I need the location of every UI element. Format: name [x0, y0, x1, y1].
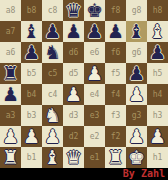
square-e4[interactable]: e4 [84, 84, 105, 105]
square-label: e6 [90, 42, 100, 63]
square-b4[interactable]: b4 [21, 84, 42, 105]
square-label: a3 [6, 105, 16, 126]
square-label: d2 [69, 126, 79, 147]
square-label: c4 [48, 84, 58, 105]
square-label: b4 [27, 84, 37, 105]
square-e8[interactable]: ♚ [84, 0, 105, 21]
square-d7[interactable]: ♟ [63, 21, 84, 42]
square-e1[interactable]: e1 [84, 147, 105, 168]
square-c1[interactable]: ♝ [42, 147, 63, 168]
square-c4[interactable]: c4 [42, 84, 63, 105]
piece-black-pawn: ♟ [42, 21, 63, 42]
square-c3[interactable]: ♞ [42, 105, 63, 126]
square-label: c5 [48, 63, 58, 84]
piece-black-bishop: ♝ [21, 21, 42, 42]
piece-black-pawn: ♟ [147, 42, 168, 63]
square-label: e4 [90, 84, 100, 105]
square-a4[interactable]: ♟ [0, 84, 21, 105]
square-label: b8 [27, 0, 37, 21]
square-f3[interactable]: f3 [105, 105, 126, 126]
square-label: f4 [111, 84, 121, 105]
square-g2[interactable]: ♟ [126, 126, 147, 147]
square-g6[interactable]: g6 [126, 42, 147, 63]
square-h4[interactable]: h4 [147, 84, 168, 105]
square-a5[interactable]: ♜ [0, 63, 21, 84]
piece-black-knight: ♞ [42, 42, 63, 63]
square-h8[interactable]: h8 [147, 0, 168, 21]
square-label: d6 [69, 42, 79, 63]
square-label: f6 [111, 42, 121, 63]
square-label: g3 [132, 105, 142, 126]
square-label: g8 [132, 0, 142, 21]
square-label: e1 [90, 147, 100, 168]
square-h6[interactable]: ♟ [147, 42, 168, 63]
square-f5[interactable]: f5 [105, 63, 126, 84]
piece-white-bishop: ♝ [42, 147, 63, 168]
piece-black-rook: ♜ [0, 63, 21, 84]
square-label: h8 [153, 0, 163, 21]
square-label: f5 [111, 63, 121, 84]
square-g7[interactable]: ♝ [126, 21, 147, 42]
piece-white-king: ♚ [126, 147, 147, 168]
piece-black-pawn: ♟ [105, 21, 126, 42]
piece-black-pawn: ♟ [84, 21, 105, 42]
square-a8[interactable]: a8 [0, 0, 21, 21]
square-label: e2 [90, 126, 100, 147]
piece-white-pawn: ♟ [21, 126, 42, 147]
piece-black-bishop: ♝ [126, 21, 147, 42]
square-a2[interactable]: ♟ [0, 126, 21, 147]
piece-white-pawn: ♟ [126, 84, 147, 105]
chess-app: a8b8c8♛♚f8g8h8a7♝♟♟♟♟♝♝a6♟♞d6e6f6g6♟♜b5c… [0, 0, 168, 180]
square-label: a8 [6, 0, 16, 21]
square-label: c8 [48, 0, 58, 21]
piece-white-pawn: ♟ [42, 126, 63, 147]
piece-black-pawn: ♟ [126, 63, 147, 84]
square-label: g6 [132, 42, 142, 63]
credit-text: By Zahl [123, 168, 165, 180]
credit-bar: By Zahl [0, 168, 168, 180]
square-c2[interactable]: ♟ [42, 126, 63, 147]
square-a6[interactable]: a6 [0, 42, 21, 63]
piece-white-pawn: ♟ [147, 126, 168, 147]
piece-white-knight: ♞ [42, 105, 63, 126]
square-label: h3 [153, 105, 163, 126]
square-b7[interactable]: ♝ [21, 21, 42, 42]
square-b6[interactable]: ♟ [21, 42, 42, 63]
square-c5[interactable]: c5 [42, 63, 63, 84]
square-label: a6 [6, 42, 16, 63]
piece-white-pawn: ♟ [0, 126, 21, 147]
square-label: f8 [111, 0, 121, 21]
square-d1[interactable]: ♛ [63, 147, 84, 168]
square-d8[interactable]: ♛ [63, 0, 84, 21]
square-h5[interactable]: h5 [147, 63, 168, 84]
square-f2[interactable]: f2 [105, 126, 126, 147]
square-g3[interactable]: g3 [126, 105, 147, 126]
square-label: b1 [27, 147, 37, 168]
chessboard: a8b8c8♛♚f8g8h8a7♝♟♟♟♟♝♝a6♟♞d6e6f6g6♟♜b5c… [0, 0, 168, 168]
square-b3[interactable]: b3 [21, 105, 42, 126]
piece-white-pawn: ♟ [84, 63, 105, 84]
square-b8[interactable]: b8 [21, 0, 42, 21]
square-label: f3 [111, 105, 121, 126]
square-h3[interactable]: h3 [147, 105, 168, 126]
piece-black-queen: ♛ [63, 0, 84, 21]
square-h7[interactable]: ♝ [147, 21, 168, 42]
square-e7[interactable]: ♟ [84, 21, 105, 42]
square-label: h4 [153, 84, 163, 105]
square-d6[interactable]: d6 [63, 42, 84, 63]
square-c6[interactable]: ♞ [42, 42, 63, 63]
square-f8[interactable]: f8 [105, 0, 126, 21]
square-f7[interactable]: ♟ [105, 21, 126, 42]
square-label: b5 [27, 63, 37, 84]
piece-white-pawn: ♟ [63, 84, 84, 105]
square-label: e3 [90, 105, 100, 126]
piece-black-pawn: ♟ [63, 21, 84, 42]
square-c8[interactable]: c8 [42, 0, 63, 21]
piece-white-rook: ♜ [0, 147, 21, 168]
square-e5[interactable]: ♟ [84, 63, 105, 84]
square-f4[interactable]: f4 [105, 84, 126, 105]
square-label: h1 [153, 147, 163, 168]
square-g1[interactable]: ♚ [126, 147, 147, 168]
square-g5[interactable]: ♟ [126, 63, 147, 84]
square-d2[interactable]: d2 [63, 126, 84, 147]
square-e6[interactable]: e6 [84, 42, 105, 63]
square-label: f2 [111, 126, 121, 147]
square-c7[interactable]: ♟ [42, 21, 63, 42]
square-label: a7 [6, 21, 16, 42]
square-b5[interactable]: b5 [21, 63, 42, 84]
piece-black-pawn: ♟ [21, 42, 42, 63]
square-e2[interactable]: e2 [84, 126, 105, 147]
square-g4[interactable]: ♟ [126, 84, 147, 105]
square-h1[interactable]: h1 [147, 147, 168, 168]
square-d3[interactable]: d3 [63, 105, 84, 126]
square-a1[interactable]: ♜ [0, 147, 21, 168]
square-e3[interactable]: e3 [84, 105, 105, 126]
square-b2[interactable]: ♟ [21, 126, 42, 147]
piece-white-pawn: ♟ [126, 126, 147, 147]
square-label: d5 [69, 63, 79, 84]
square-f6[interactable]: f6 [105, 42, 126, 63]
square-a7[interactable]: a7 [0, 21, 21, 42]
piece-black-king: ♚ [84, 0, 105, 21]
square-label: b3 [27, 105, 37, 126]
piece-white-queen: ♛ [63, 147, 84, 168]
square-d5[interactable]: d5 [63, 63, 84, 84]
piece-black-pawn: ♟ [0, 84, 21, 105]
square-b1[interactable]: b1 [21, 147, 42, 168]
piece-white-bishop: ♝ [147, 21, 168, 42]
square-label: h5 [153, 63, 163, 84]
square-label: d3 [69, 105, 79, 126]
square-a3[interactable]: a3 [0, 105, 21, 126]
piece-white-rook: ♜ [105, 147, 126, 168]
square-g8[interactable]: g8 [126, 0, 147, 21]
square-h2[interactable]: ♟ [147, 126, 168, 147]
square-d4[interactable]: ♟ [63, 84, 84, 105]
square-f1[interactable]: ♜ [105, 147, 126, 168]
